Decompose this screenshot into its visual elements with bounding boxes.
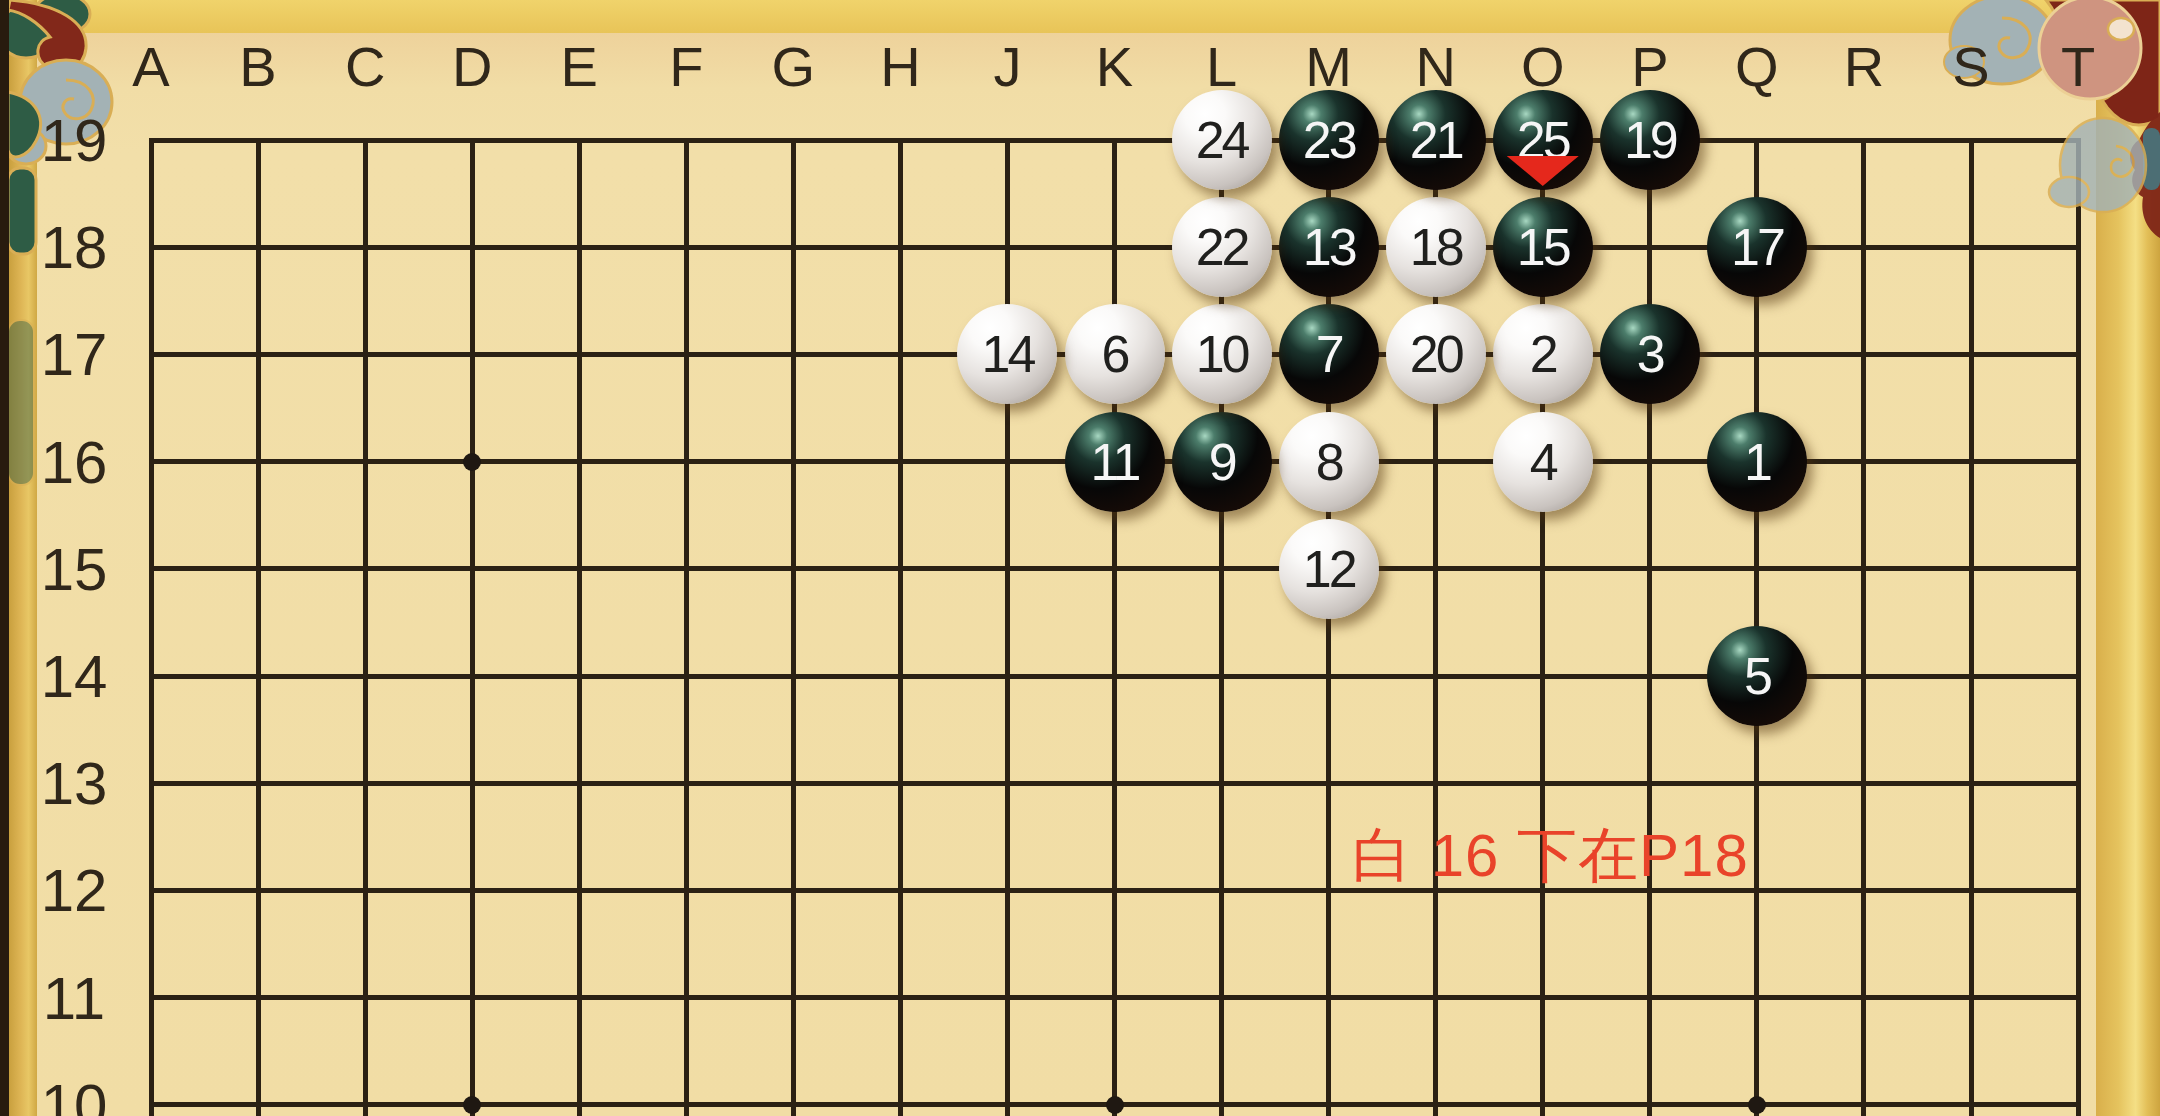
star-point-K10 bbox=[1106, 1096, 1124, 1114]
column-label-E: E bbox=[561, 34, 598, 99]
go-app-screen: ABCDEFGHJKLMNOPQRST191817161514131211101… bbox=[0, 0, 2160, 1116]
grid-vline-H bbox=[898, 138, 903, 1116]
move-annotation-text: 白 16 下在P18 bbox=[1352, 816, 1749, 897]
stone-white-4[interactable]: 4 bbox=[1493, 412, 1593, 512]
stone-white-2[interactable]: 2 bbox=[1493, 304, 1593, 404]
column-label-S: S bbox=[1952, 34, 1989, 99]
row-label-18: 18 bbox=[41, 213, 108, 282]
grid-vline-E bbox=[577, 138, 582, 1116]
stone-number: 8 bbox=[1279, 414, 1379, 510]
stone-white-6[interactable]: 6 bbox=[1065, 304, 1165, 404]
row-label-19: 19 bbox=[41, 106, 108, 175]
column-label-G: G bbox=[772, 34, 816, 99]
left-dark-edge bbox=[0, 0, 9, 1116]
stone-black-7[interactable]: 7 bbox=[1279, 304, 1379, 404]
stone-black-21[interactable]: 21 bbox=[1386, 90, 1486, 190]
stone-number: 7 bbox=[1279, 306, 1379, 402]
grid-vline-C bbox=[363, 138, 368, 1116]
stone-number: 13 bbox=[1279, 199, 1379, 295]
stone-white-10[interactable]: 10 bbox=[1172, 304, 1272, 404]
column-label-R: R bbox=[1844, 34, 1884, 99]
row-label-11: 11 bbox=[43, 963, 105, 1032]
column-label-O: O bbox=[1521, 34, 1565, 99]
grid-hline-12 bbox=[149, 888, 2081, 893]
row-label-15: 15 bbox=[41, 534, 108, 603]
grid-vline-J bbox=[1005, 138, 1010, 1116]
stone-number: 9 bbox=[1172, 414, 1272, 510]
grid-hline-11 bbox=[149, 995, 2081, 1000]
stone-black-23[interactable]: 23 bbox=[1279, 90, 1379, 190]
grid-vline-A bbox=[149, 138, 154, 1116]
column-label-K: K bbox=[1096, 34, 1133, 99]
column-label-N: N bbox=[1415, 34, 1455, 99]
grid-vline-T bbox=[2076, 138, 2081, 1116]
stone-black-13[interactable]: 13 bbox=[1279, 197, 1379, 297]
grid-vline-K bbox=[1112, 138, 1117, 1116]
grid-vline-S bbox=[1969, 138, 1974, 1116]
stone-number: 18 bbox=[1386, 199, 1486, 295]
stone-black-11[interactable]: 11 bbox=[1065, 412, 1165, 512]
column-label-B: B bbox=[239, 34, 276, 99]
grid-vline-R bbox=[1861, 138, 1866, 1116]
stone-number: 20 bbox=[1386, 306, 1486, 402]
stone-white-20[interactable]: 20 bbox=[1386, 304, 1486, 404]
grid-vline-D bbox=[470, 138, 475, 1116]
stone-number: 2 bbox=[1493, 306, 1593, 402]
stone-number: 19 bbox=[1600, 92, 1700, 188]
stone-black-17[interactable]: 17 bbox=[1707, 197, 1807, 297]
column-label-F: F bbox=[669, 34, 703, 99]
column-label-A: A bbox=[132, 34, 169, 99]
column-label-P: P bbox=[1631, 34, 1668, 99]
column-label-T: T bbox=[2061, 34, 2095, 99]
row-label-17: 17 bbox=[41, 320, 108, 389]
stone-number: 21 bbox=[1386, 92, 1486, 188]
stone-black-3[interactable]: 3 bbox=[1600, 304, 1700, 404]
stone-number: 6 bbox=[1065, 306, 1165, 402]
stone-number: 3 bbox=[1600, 306, 1700, 402]
star-point-D10 bbox=[463, 1096, 481, 1114]
grid-hline-13 bbox=[149, 781, 2081, 786]
stone-white-18[interactable]: 18 bbox=[1386, 197, 1486, 297]
stone-number: 24 bbox=[1172, 92, 1272, 188]
stone-number: 17 bbox=[1707, 199, 1807, 295]
row-label-10: 10 bbox=[41, 1070, 108, 1116]
column-label-Q: Q bbox=[1735, 34, 1779, 99]
grid-hline-19 bbox=[149, 138, 2081, 143]
row-label-14: 14 bbox=[41, 642, 108, 711]
column-label-C: C bbox=[345, 34, 385, 99]
stone-number: 10 bbox=[1172, 306, 1272, 402]
right-gold-border bbox=[2096, 0, 2160, 1116]
board-panel bbox=[37, 33, 2096, 1116]
stone-white-12[interactable]: 12 bbox=[1279, 519, 1379, 619]
grid-vline-F bbox=[684, 138, 689, 1116]
stone-number: 23 bbox=[1279, 92, 1379, 188]
stone-black-25[interactable]: 25 bbox=[1493, 90, 1593, 190]
row-label-16: 16 bbox=[41, 427, 108, 496]
left-gold-border bbox=[9, 0, 37, 1116]
stone-number: 14 bbox=[957, 306, 1057, 402]
star-point-D16 bbox=[463, 453, 481, 471]
stone-black-9[interactable]: 9 bbox=[1172, 412, 1272, 512]
stone-number: 22 bbox=[1172, 199, 1272, 295]
stone-white-14[interactable]: 14 bbox=[957, 304, 1057, 404]
stone-black-19[interactable]: 19 bbox=[1600, 90, 1700, 190]
grid-hline-15 bbox=[149, 566, 2081, 571]
column-label-L: L bbox=[1206, 34, 1237, 99]
grid-vline-G bbox=[791, 138, 796, 1116]
grid-vline-B bbox=[256, 138, 261, 1116]
star-point-Q10 bbox=[1748, 1096, 1766, 1114]
column-label-J: J bbox=[993, 34, 1021, 99]
grid-vline-P bbox=[1647, 138, 1652, 1116]
stone-number: 12 bbox=[1279, 521, 1379, 617]
stone-number: 1 bbox=[1707, 414, 1807, 510]
stone-number: 4 bbox=[1493, 414, 1593, 510]
row-label-12: 12 bbox=[41, 856, 108, 925]
stone-number: 5 bbox=[1707, 628, 1807, 724]
stone-number: 15 bbox=[1493, 199, 1593, 295]
stone-white-24[interactable]: 24 bbox=[1172, 90, 1272, 190]
column-label-D: D bbox=[452, 34, 492, 99]
stone-black-1[interactable]: 1 bbox=[1707, 412, 1807, 512]
row-label-13: 13 bbox=[41, 749, 108, 818]
stone-black-5[interactable]: 5 bbox=[1707, 626, 1807, 726]
stone-white-8[interactable]: 8 bbox=[1279, 412, 1379, 512]
column-label-H: H bbox=[880, 34, 920, 99]
column-label-M: M bbox=[1305, 34, 1352, 99]
stone-number: 11 bbox=[1065, 414, 1165, 510]
stone-black-15[interactable]: 15 bbox=[1493, 197, 1593, 297]
stone-white-22[interactable]: 22 bbox=[1172, 197, 1272, 297]
